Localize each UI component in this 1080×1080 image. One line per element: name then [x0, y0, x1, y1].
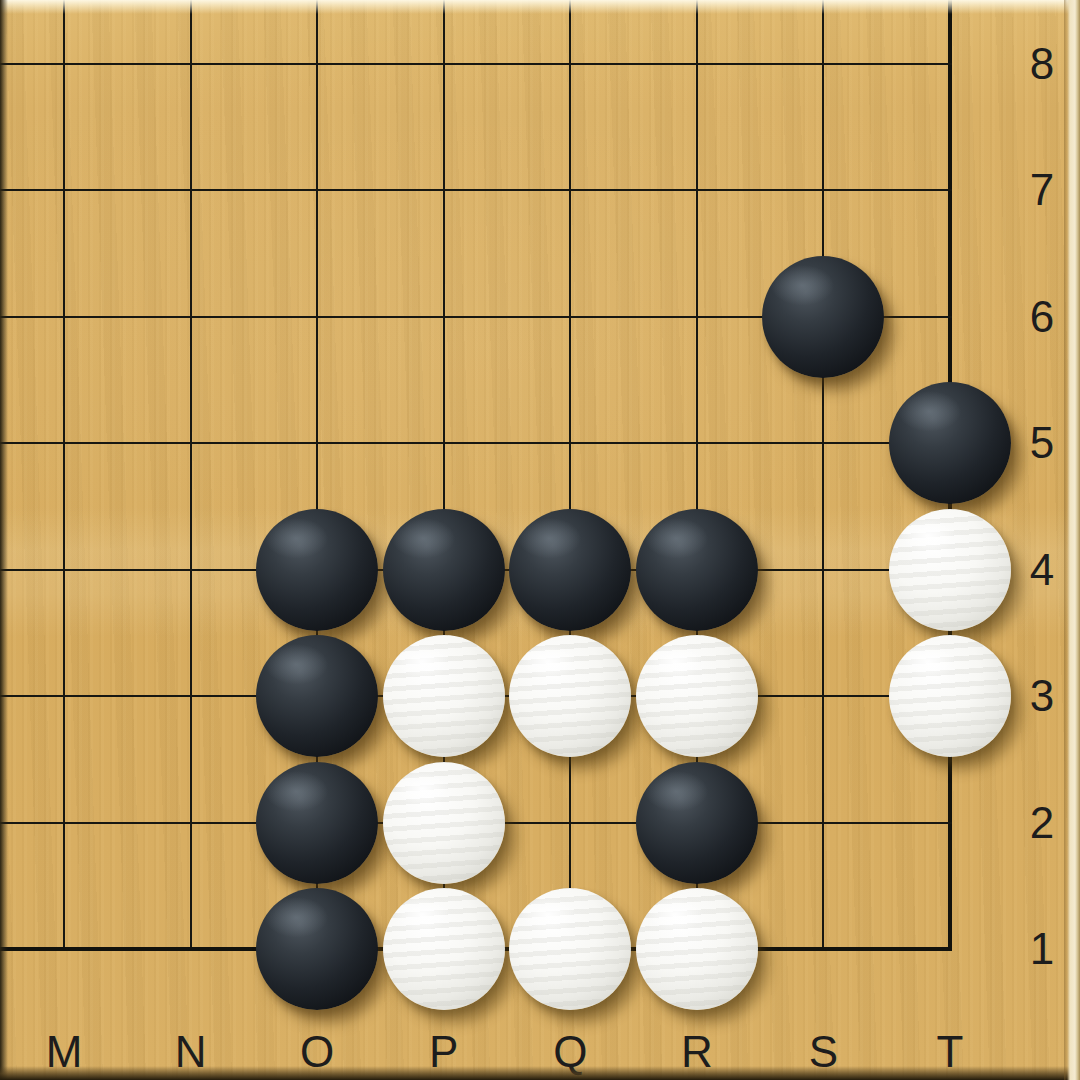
black-stone-O3[interactable] [256, 635, 378, 757]
grid-vline-Q [569, 0, 571, 951]
grid-hline-7 [0, 189, 952, 191]
grid-vline-N [190, 0, 192, 951]
white-stone-R3[interactable] [636, 635, 758, 757]
row-label-2: 2 [1030, 801, 1054, 845]
board-right-bevel [1064, 0, 1080, 1080]
row-label-4: 4 [1030, 548, 1054, 592]
black-stone-S6[interactable] [762, 256, 884, 378]
row-label-7: 7 [1030, 168, 1054, 212]
row-label-6: 6 [1030, 295, 1054, 339]
white-stone-Q1[interactable] [509, 888, 631, 1010]
board-top-bevel [0, 0, 1080, 14]
black-stone-Q4[interactable] [509, 509, 631, 631]
board-bottom-bevel [0, 1066, 1080, 1080]
black-stone-P4[interactable] [383, 509, 505, 631]
black-stone-T5[interactable] [889, 382, 1011, 504]
white-stone-T3[interactable] [889, 635, 1011, 757]
go-board[interactable]: MNOPQRST 87654321 [0, 0, 1080, 1080]
white-stone-P1[interactable] [383, 888, 505, 1010]
white-stone-P3[interactable] [383, 635, 505, 757]
board-left-bevel [0, 0, 8, 1080]
black-stone-O2[interactable] [256, 762, 378, 884]
row-label-3: 3 [1030, 674, 1054, 718]
row-label-8: 8 [1030, 42, 1054, 86]
grid-hline-8 [0, 63, 952, 65]
white-stone-R1[interactable] [636, 888, 758, 1010]
white-stone-P2[interactable] [383, 762, 505, 884]
row-label-5: 5 [1030, 421, 1054, 465]
grid-vline-M [63, 0, 65, 951]
grid-hline-5 [0, 442, 952, 444]
black-stone-R4[interactable] [636, 509, 758, 631]
white-stone-T4[interactable] [889, 509, 1011, 631]
black-stone-O4[interactable] [256, 509, 378, 631]
black-stone-R2[interactable] [636, 762, 758, 884]
grid-vline-S [822, 0, 824, 951]
black-stone-O1[interactable] [256, 888, 378, 1010]
row-label-1: 1 [1030, 927, 1054, 971]
white-stone-Q3[interactable] [509, 635, 631, 757]
